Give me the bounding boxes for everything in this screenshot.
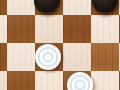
board-square-dark[interactable]	[119, 71, 120, 90]
checker-white[interactable]	[35, 44, 61, 70]
board-square-light[interactable]	[63, 43, 91, 71]
board-square-light[interactable]	[119, 0, 120, 15]
board-square-dark[interactable]	[35, 43, 63, 71]
board-square-light[interactable]	[91, 71, 119, 90]
checker-black[interactable]	[34, 0, 60, 14]
board-square-light[interactable]	[35, 15, 63, 43]
board-square-light[interactable]	[119, 43, 120, 71]
board-square-dark[interactable]	[91, 0, 119, 15]
board-square-light[interactable]	[0, 71, 7, 90]
board-square-dark[interactable]	[0, 0, 7, 15]
board-square-light[interactable]	[35, 71, 63, 90]
board-square-dark[interactable]	[91, 43, 119, 71]
board-square-dark[interactable]	[63, 71, 91, 90]
checker-black[interactable]	[92, 0, 118, 14]
board-square-dark[interactable]	[0, 43, 7, 71]
board-square-dark[interactable]	[35, 0, 63, 15]
checkers-board	[0, 0, 120, 90]
board-square-dark[interactable]	[63, 15, 91, 43]
checker-white[interactable]	[67, 72, 93, 90]
board-square-light[interactable]	[0, 15, 7, 43]
board-square-dark[interactable]	[7, 15, 35, 43]
checkers-board-photo	[0, 0, 120, 90]
board-square-light[interactable]	[91, 15, 119, 43]
board-square-dark[interactable]	[119, 15, 120, 43]
board-square-light[interactable]	[7, 43, 35, 71]
board-square-dark[interactable]	[7, 71, 35, 90]
board-square-light[interactable]	[7, 0, 35, 15]
board-square-light[interactable]	[63, 0, 91, 15]
